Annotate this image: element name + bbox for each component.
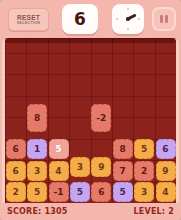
game-board[interactable]: 6158566343972925-1565348-2: [2, 38, 179, 203]
game-window: RESET SELECTION 6 6158566343972925-15653…: [0, 0, 181, 220]
tile-r6c7[interactable]: 5: [134, 139, 154, 159]
pause-icon: [165, 15, 168, 23]
score-label: SCORE: 1305: [7, 207, 68, 216]
reset-selection-button[interactable]: RESET SELECTION: [8, 8, 49, 31]
clock-tick-9: [116, 18, 118, 20]
tile-r8c5[interactable]: 6: [91, 182, 111, 202]
clock-pivot: [126, 17, 130, 21]
clock-tick-6: [127, 28, 129, 30]
pause-icon: [160, 15, 163, 23]
tile-r8c4[interactable]: 5: [70, 182, 90, 202]
clock-tick-3: [138, 18, 140, 20]
tile-r7c6[interactable]: 7: [113, 161, 133, 181]
level-label: LEVEL: 2: [134, 207, 174, 216]
tile-r8c6[interactable]: 5: [113, 182, 133, 202]
tile-r6c6[interactable]: 8: [113, 139, 133, 159]
next-number-display: 6: [62, 4, 98, 34]
tile-r6c8[interactable]: 6: [156, 139, 176, 159]
tile-r8c3[interactable]: -1: [49, 182, 69, 202]
tile-r8c2[interactable]: 5: [27, 182, 47, 202]
top-bar: RESET SELECTION 6: [0, 0, 181, 38]
tile-r7c8[interactable]: 9: [156, 161, 176, 181]
reset-button-sublabel: SELECTION: [17, 21, 41, 26]
tile-r6c3[interactable]: 5: [49, 139, 69, 159]
falling-tile-c5[interactable]: -2: [91, 104, 111, 132]
status-bar: SCORE: 1305 LEVEL: 2: [0, 203, 181, 220]
tile-r6c2[interactable]: 1: [27, 139, 47, 159]
board-grid[interactable]: 6158566343972925-1565348-2: [5, 38, 176, 203]
clock-tick-12: [127, 8, 129, 10]
tile-r7c5[interactable]: 9: [91, 157, 111, 177]
tile-r7c3[interactable]: 4: [49, 161, 69, 181]
tile-r7c4[interactable]: 3: [70, 157, 90, 177]
tile-r7c7[interactable]: 2: [134, 161, 154, 181]
falling-tile-c2[interactable]: 8: [27, 104, 47, 132]
tile-r8c1[interactable]: 2: [6, 182, 26, 202]
tile-r7c1[interactable]: 6: [6, 161, 26, 181]
tile-r8c8[interactable]: 4: [156, 182, 176, 202]
timer-clock-icon: [112, 4, 144, 34]
tile-r6c1[interactable]: 6: [6, 139, 26, 159]
next-number-value: 6: [74, 9, 86, 29]
tile-r7c2[interactable]: 3: [27, 161, 47, 181]
pause-button[interactable]: [152, 7, 176, 31]
tile-r8c7[interactable]: 3: [134, 182, 154, 202]
reset-button-label: RESET: [17, 14, 40, 21]
